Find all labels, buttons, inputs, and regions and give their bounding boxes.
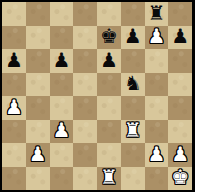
chess-board-frame: ♜♚♟♟♟♟♟♟♞♟♟♜♟♟♟♜♚ [0,0,195,192]
square-e7[interactable]: ♚ [97,26,121,50]
square-c6[interactable]: ♟ [50,49,74,73]
black-pawn: ♟ [5,50,23,70]
square-h4[interactable] [168,96,192,120]
square-b2[interactable]: ♟ [26,143,50,167]
square-e3[interactable] [97,120,121,144]
white-king: ♚ [171,167,189,187]
white-rook: ♜ [124,120,142,140]
square-b5[interactable] [26,73,50,97]
square-c2[interactable] [50,143,74,167]
square-h7[interactable]: ♟ [168,26,192,50]
square-f8[interactable] [121,2,145,26]
square-b4[interactable] [26,96,50,120]
square-e5[interactable] [97,73,121,97]
square-f5[interactable]: ♞ [121,73,145,97]
black-pawn: ♟ [124,26,142,46]
square-h5[interactable] [168,73,192,97]
square-d8[interactable] [73,2,97,26]
black-pawn: ♟ [52,50,70,70]
square-g4[interactable] [145,96,169,120]
square-h6[interactable] [168,49,192,73]
black-rook: ♜ [147,3,165,23]
black-king: ♚ [100,26,118,46]
square-g5[interactable] [145,73,169,97]
square-f4[interactable] [121,96,145,120]
page-right-margin [195,0,207,192]
square-e8[interactable] [97,2,121,26]
white-pawn: ♟ [5,97,23,117]
square-b3[interactable] [26,120,50,144]
square-f3[interactable]: ♜ [121,120,145,144]
square-f2[interactable] [121,143,145,167]
square-b1[interactable] [26,167,50,191]
square-g1[interactable] [145,167,169,191]
square-g7[interactable]: ♟ [145,26,169,50]
square-c1[interactable] [50,167,74,191]
square-e4[interactable] [97,96,121,120]
square-h3[interactable] [168,120,192,144]
square-d5[interactable] [73,73,97,97]
square-b6[interactable] [26,49,50,73]
square-d7[interactable] [73,26,97,50]
square-g3[interactable] [145,120,169,144]
square-g8[interactable]: ♜ [145,2,169,26]
square-c4[interactable] [50,96,74,120]
square-e6[interactable]: ♟ [97,49,121,73]
square-e2[interactable] [97,143,121,167]
black-pawn: ♟ [100,50,118,70]
square-a7[interactable] [2,26,26,50]
white-pawn: ♟ [171,144,189,164]
white-pawn: ♟ [29,144,47,164]
square-f6[interactable] [121,49,145,73]
square-g2[interactable]: ♟ [145,143,169,167]
white-pawn: ♟ [52,120,70,140]
square-c3[interactable]: ♟ [50,120,74,144]
square-c8[interactable] [50,2,74,26]
black-knight: ♞ [124,73,142,93]
square-d6[interactable] [73,49,97,73]
square-e1[interactable]: ♜ [97,167,121,191]
square-h8[interactable] [168,2,192,26]
chess-app-screenshot: ♜♚♟♟♟♟♟♟♞♟♟♜♟♟♟♜♚ [0,0,207,192]
square-f7[interactable]: ♟ [121,26,145,50]
white-rook: ♜ [100,167,118,187]
square-a5[interactable] [2,73,26,97]
square-b7[interactable] [26,26,50,50]
square-a3[interactable] [2,120,26,144]
square-a1[interactable] [2,167,26,191]
black-pawn: ♟ [171,26,189,46]
white-pawn: ♟ [147,26,165,46]
white-pawn: ♟ [147,144,165,164]
square-d1[interactable] [73,167,97,191]
square-a4[interactable]: ♟ [2,96,26,120]
square-a6[interactable]: ♟ [2,49,26,73]
square-c5[interactable] [50,73,74,97]
square-d3[interactable] [73,120,97,144]
chess-board[interactable]: ♜♚♟♟♟♟♟♟♞♟♟♜♟♟♟♜♚ [2,2,192,190]
square-c7[interactable] [50,26,74,50]
square-d4[interactable] [73,96,97,120]
square-g6[interactable] [145,49,169,73]
square-f1[interactable] [121,167,145,191]
square-h2[interactable]: ♟ [168,143,192,167]
square-a2[interactable] [2,143,26,167]
square-b8[interactable] [26,2,50,26]
square-h1[interactable]: ♚ [168,167,192,191]
square-d2[interactable] [73,143,97,167]
square-a8[interactable] [2,2,26,26]
